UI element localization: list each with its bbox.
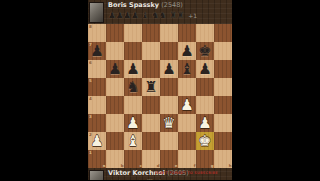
captured-pawn-icon: ♟: [108, 179, 116, 181]
square-b4[interactable]: [106, 96, 124, 114]
square-f7[interactable]: ♟: [178, 42, 196, 60]
rank-label-1: 1: [89, 151, 92, 155]
square-e4[interactable]: [160, 96, 178, 114]
black-pawn[interactable]: ♟: [124, 60, 142, 78]
white-king[interactable]: ♚: [196, 132, 214, 150]
white-pawn[interactable]: ♟: [88, 132, 106, 150]
black-pawn[interactable]: ♟: [196, 60, 214, 78]
square-h2[interactable]: [214, 132, 232, 150]
square-d2[interactable]: [142, 132, 160, 150]
square-d8[interactable]: [142, 24, 160, 42]
captured-rook-icon: ♜: [177, 11, 185, 20]
rank-label-8: 8: [89, 25, 92, 29]
square-f4[interactable]: ♟: [178, 96, 196, 114]
square-a4[interactable]: 4: [88, 96, 106, 114]
square-f3[interactable]: [178, 114, 196, 132]
content-column: Boris Spassky (2548) ♟♟♟♟♝♞♞♜♜+1 87♟♟♚6♟…: [88, 0, 232, 180]
square-d3[interactable]: [142, 114, 160, 132]
square-d5[interactable]: ♜: [142, 78, 160, 96]
top-captured-pieces: ♟♟♟♟♝♞♞♜♜+1: [108, 11, 197, 20]
square-f8[interactable]: [178, 24, 196, 42]
square-b5[interactable]: [106, 78, 124, 96]
white-pawn[interactable]: ♟: [178, 96, 196, 114]
square-c2[interactable]: ♝: [124, 132, 142, 150]
square-a1[interactable]: 1a: [88, 150, 106, 168]
bottom-player-bar: Viktor Korchnoi (2605) ♟♟♝♞♜♛ DON'T FORG…: [88, 168, 232, 180]
captured-pawn-icon: ♟: [123, 11, 131, 20]
chess-board: 87♟♟♚6♟♟♟♝♟5♞♜4♟3♟♛♟2♟♝♚1abcdefgh: [88, 24, 232, 168]
square-f5[interactable]: [178, 78, 196, 96]
rank-label-3: 3: [89, 115, 92, 119]
square-h8[interactable]: [214, 24, 232, 42]
square-g2[interactable]: ♚: [196, 132, 214, 150]
white-pawn[interactable]: ♟: [124, 114, 142, 132]
square-c5[interactable]: ♞: [124, 78, 142, 96]
white-bishop[interactable]: ♝: [124, 132, 142, 150]
square-a5[interactable]: 5: [88, 78, 106, 96]
square-h7[interactable]: [214, 42, 232, 60]
material-advantage: +1: [188, 11, 197, 20]
top-player-name: Boris Spassky (2548): [108, 2, 197, 9]
square-b8[interactable]: [106, 24, 124, 42]
square-c4[interactable]: [124, 96, 142, 114]
square-g5[interactable]: [196, 78, 214, 96]
square-e5[interactable]: [160, 78, 178, 96]
square-g1[interactable]: g: [196, 150, 214, 168]
square-c8[interactable]: [124, 24, 142, 42]
bottom-captured-pieces: ♟♟♝♞♜♛: [108, 179, 189, 181]
captured-rook-icon: ♜: [169, 11, 177, 20]
square-e3[interactable]: ♛: [160, 114, 178, 132]
square-f6[interactable]: ♝: [178, 60, 196, 78]
black-pawn[interactable]: ♟: [106, 60, 124, 78]
captured-bishop-icon: ♝: [141, 11, 149, 20]
rank-label-6: 6: [89, 61, 92, 65]
file-label-h: h: [229, 164, 232, 168]
captured-pawn-icon: ♟: [131, 11, 139, 20]
square-c3[interactable]: ♟: [124, 114, 142, 132]
top-player-bar: Boris Spassky (2548) ♟♟♟♟♝♞♞♜♜+1: [88, 0, 232, 24]
black-pawn[interactable]: ♟: [178, 42, 196, 60]
captured-knight-icon: ♞: [159, 11, 167, 20]
captured-rook-icon: ♜: [146, 179, 154, 181]
square-f1[interactable]: f: [178, 150, 196, 168]
rank-label-5: 5: [89, 79, 92, 83]
captured-pawn-icon: ♟: [108, 11, 116, 20]
square-d7[interactable]: [142, 42, 160, 60]
square-a3[interactable]: 3: [88, 114, 106, 132]
black-bishop[interactable]: ♝: [178, 60, 196, 78]
square-a2[interactable]: 2♟: [88, 132, 106, 150]
top-player-avatar: [89, 2, 104, 23]
black-pawn[interactable]: ♟: [88, 42, 106, 60]
square-c7[interactable]: [124, 42, 142, 60]
square-c1[interactable]: c: [124, 150, 142, 168]
square-e6[interactable]: ♟: [160, 60, 178, 78]
top-player-name-text: Boris Spassky: [108, 1, 159, 9]
rank-label-4: 4: [89, 97, 92, 101]
square-e2[interactable]: [160, 132, 178, 150]
square-g7[interactable]: ♚: [196, 42, 214, 60]
square-g8[interactable]: [196, 24, 214, 42]
square-h1[interactable]: h: [214, 150, 232, 168]
square-d4[interactable]: [142, 96, 160, 114]
square-f2[interactable]: [178, 132, 196, 150]
square-g3[interactable]: ♟: [196, 114, 214, 132]
square-e7[interactable]: [160, 42, 178, 60]
black-king[interactable]: ♚: [196, 42, 214, 60]
square-g6[interactable]: ♟: [196, 60, 214, 78]
subscribe-reminder-text: DON'T FORGET TO SUBSCRIBE: [155, 171, 218, 175]
square-b6[interactable]: ♟: [106, 60, 124, 78]
white-queen[interactable]: ♛: [160, 114, 178, 132]
black-knight[interactable]: ♞: [124, 78, 142, 96]
square-h5[interactable]: [214, 78, 232, 96]
captured-queen-icon: ♛: [156, 179, 164, 181]
square-a6[interactable]: 6: [88, 60, 106, 78]
captured-knight-icon: ♞: [136, 179, 144, 181]
top-player-rating: (2548): [161, 1, 183, 9]
video-frame: Boris Spassky (2548) ♟♟♟♟♝♞♞♜♜+1 87♟♟♚6♟…: [0, 0, 320, 180]
square-b7[interactable]: [106, 42, 124, 60]
square-d1[interactable]: d: [142, 150, 160, 168]
black-rook[interactable]: ♜: [142, 78, 160, 96]
square-b1[interactable]: b: [106, 150, 124, 168]
square-e8[interactable]: [160, 24, 178, 42]
captured-knight-icon: ♞: [151, 11, 159, 20]
square-h6[interactable]: [214, 60, 232, 78]
black-pawn[interactable]: ♟: [160, 60, 178, 78]
square-c6[interactable]: ♟: [124, 60, 142, 78]
square-d6[interactable]: [142, 60, 160, 78]
square-a8[interactable]: 8: [88, 24, 106, 42]
square-a7[interactable]: 7♟: [88, 42, 106, 60]
square-g4[interactable]: [196, 96, 214, 114]
square-h4[interactable]: [214, 96, 232, 114]
white-pawn[interactable]: ♟: [196, 114, 214, 132]
square-e1[interactable]: e: [160, 150, 178, 168]
captured-bishop-icon: ♝: [126, 179, 134, 181]
captured-pawn-icon: ♟: [116, 179, 124, 181]
square-h3[interactable]: [214, 114, 232, 132]
square-b2[interactable]: [106, 132, 124, 150]
square-b3[interactable]: [106, 114, 124, 132]
bottom-player-avatar: [89, 170, 104, 180]
